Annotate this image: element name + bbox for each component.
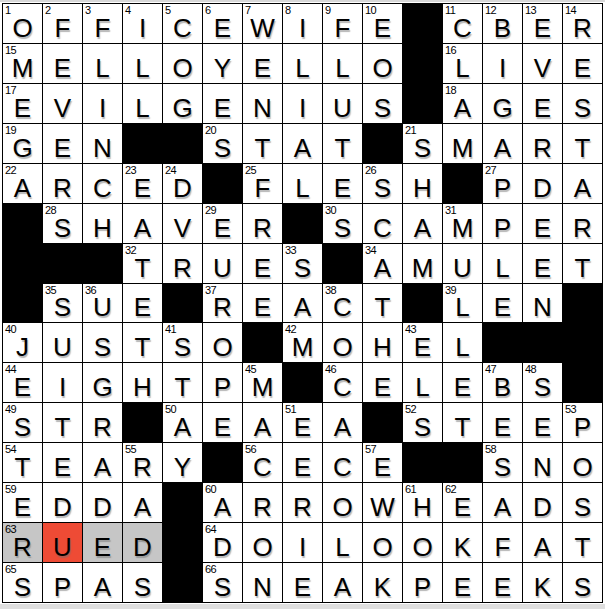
cell-r11c7[interactable]: A [243, 403, 282, 442]
cell-r2c6[interactable]: Y [203, 44, 242, 83]
cell-r3c1[interactable]: 17E [3, 84, 42, 123]
black-cell [3, 284, 42, 323]
black-cell [403, 44, 442, 83]
cell-r8c3[interactable]: 36U [83, 284, 122, 323]
cell-r2c2[interactable]: E [43, 44, 82, 83]
cell-r2c13[interactable]: I [483, 44, 522, 83]
cell-letter: E [483, 414, 522, 441]
cell-letter: M [3, 55, 42, 82]
cell-r14c6[interactable]: 64D [203, 523, 242, 562]
cell-r5c14[interactable]: D [523, 164, 562, 203]
cell-r5c5[interactable]: 24D [163, 164, 202, 203]
cell-r5c15[interactable]: A [563, 164, 602, 203]
cell-r13c14[interactable]: D [523, 483, 562, 522]
black-cell [523, 323, 562, 362]
cell-r4c3[interactable]: N [83, 124, 122, 163]
cell-letter: C [363, 215, 402, 242]
cell-r11c11[interactable]: 52S [403, 403, 442, 442]
cell-r13c6[interactable]: 60A [203, 483, 242, 522]
cell-letter: A [243, 414, 282, 441]
black-cell [443, 443, 482, 482]
cell-letter: E [363, 454, 402, 481]
cell-letter: E [443, 494, 482, 521]
cell-r2c15[interactable]: E [563, 44, 602, 83]
cell-r7c10[interactable]: 34A [363, 244, 402, 283]
cell-r8c10[interactable]: T [363, 284, 402, 323]
cell-letter: M [443, 215, 482, 242]
cell-r7c13[interactable]: L [483, 244, 522, 283]
cell-r1c3[interactable]: 3F [83, 4, 122, 43]
cell-letter: S [203, 135, 242, 162]
cell-r9c2[interactable]: U [43, 323, 82, 362]
cell-letter: V [163, 215, 202, 242]
cell-letter: L [123, 95, 162, 122]
cell-r3c12[interactable]: 18A [443, 84, 482, 123]
cell-letter: I [123, 15, 162, 42]
cell-r13c12[interactable]: 62E [443, 483, 482, 522]
cell-r15c9[interactable]: A [323, 563, 362, 602]
cell-letter: E [203, 15, 242, 42]
cell-r15c2[interactable]: P [43, 563, 82, 602]
black-cell [3, 244, 42, 283]
cell-letter: P [403, 574, 442, 601]
cell-r10c13[interactable]: 47B [483, 363, 522, 402]
cell-letter: O [163, 55, 202, 82]
cell-r7c11[interactable]: M [403, 244, 442, 283]
cell-r6c15[interactable]: R [563, 204, 602, 243]
cell-r7c4[interactable]: 32T [123, 244, 162, 283]
cell-r9c10[interactable]: H [363, 323, 402, 362]
cell-r6c2[interactable]: 28S [43, 204, 82, 243]
cell-r3c13[interactable]: G [483, 84, 522, 123]
cell-r14c15[interactable]: T [563, 523, 602, 562]
cell-r2c4[interactable]: L [123, 44, 162, 83]
cell-r7c6[interactable]: U [203, 244, 242, 283]
cell-r7c12[interactable]: U [443, 244, 482, 283]
cell-r4c8[interactable]: A [283, 124, 322, 163]
cell-letter: S [363, 175, 402, 202]
cell-letter: L [443, 55, 482, 82]
cell-r9c8[interactable]: 42M [283, 323, 322, 362]
cell-r3c6[interactable]: E [203, 84, 242, 123]
cell-r1c10[interactable]: 10E [363, 4, 402, 43]
black-cell [203, 443, 242, 482]
cell-r11c1[interactable]: 49S [3, 403, 42, 442]
cell-r10c9[interactable]: 46C [323, 363, 362, 402]
cell-r1c13[interactable]: 12B [483, 4, 522, 43]
cell-r3c8[interactable]: I [283, 84, 322, 123]
cell-r2c7[interactable]: E [243, 44, 282, 83]
cell-letter: R [243, 215, 282, 242]
cell-r13c10[interactable]: W [363, 483, 402, 522]
cell-r10c6[interactable]: P [203, 363, 242, 402]
cell-r14c14[interactable]: A [523, 523, 562, 562]
cell-r6c6[interactable]: 29E [203, 204, 242, 243]
cell-letter: O [403, 534, 442, 561]
cell-letter: R [243, 494, 282, 521]
cell-r11c9[interactable]: A [323, 403, 362, 442]
cell-r11c5[interactable]: 50A [163, 403, 202, 442]
cell-r11c15[interactable]: 53P [563, 403, 602, 442]
cell-letter: C [323, 294, 362, 321]
cell-letter: A [3, 175, 42, 202]
cell-r1c8[interactable]: 8I [283, 4, 322, 43]
cell-r2c8[interactable]: L [283, 44, 322, 83]
cell-r15c8[interactable]: E [283, 563, 322, 602]
cell-r9c11[interactable]: 43E [403, 323, 442, 362]
cell-r15c10[interactable]: K [363, 563, 402, 602]
cell-r3c5[interactable]: G [163, 84, 202, 123]
cell-r9c5[interactable]: 41S [163, 323, 202, 362]
cell-letter: C [83, 175, 122, 202]
cell-r7c8[interactable]: 33S [283, 244, 322, 283]
cell-r12c4[interactable]: 55R [123, 443, 162, 482]
cell-r9c1[interactable]: 40J [3, 323, 42, 362]
cell-r10c1[interactable]: 44E [3, 363, 42, 402]
cell-r1c12[interactable]: 11C [443, 4, 482, 43]
cell-letter: P [43, 574, 82, 601]
cell-r14c4[interactable]: D [123, 523, 162, 562]
cell-r6c10[interactable]: C [363, 204, 402, 243]
cell-r6c12[interactable]: 31M [443, 204, 482, 243]
cell-r1c4[interactable]: 4I [123, 4, 162, 43]
cell-r2c9[interactable]: L [323, 44, 362, 83]
cell-letter: E [283, 454, 322, 481]
cell-letter: F [323, 15, 362, 42]
cell-letter: D [83, 494, 122, 521]
black-cell [203, 164, 242, 203]
cell-r4c2[interactable]: E [43, 124, 82, 163]
cell-r3c7[interactable]: N [243, 84, 282, 123]
cell-r10c7[interactable]: 45M [243, 363, 282, 402]
cell-r7c15[interactable]: T [563, 244, 602, 283]
bottom-edge-strip [0, 604, 605, 609]
cell-r10c2[interactable]: I [43, 363, 82, 402]
cell-r11c3[interactable]: R [83, 403, 122, 442]
cell-r10c14[interactable]: 48S [523, 363, 562, 402]
cell-r8c2[interactable]: 35S [43, 284, 82, 323]
cell-r2c14[interactable]: V [523, 44, 562, 83]
cell-r11c8[interactable]: 51E [283, 403, 322, 442]
cell-letter: A [323, 414, 362, 441]
cell-letter: E [283, 574, 322, 601]
cell-letter: T [43, 414, 82, 441]
cell-r3c4[interactable]: L [123, 84, 162, 123]
cell-r14c3[interactable]: E [83, 523, 122, 562]
cell-r3c9[interactable]: U [323, 84, 362, 123]
cell-r10c10[interactable]: E [363, 363, 402, 402]
cell-letter: M [443, 135, 482, 162]
cell-letter: A [363, 255, 402, 282]
cell-r3c2[interactable]: V [43, 84, 82, 123]
cell-letter: E [243, 255, 282, 282]
cell-letter: S [523, 374, 562, 401]
cell-letter: E [443, 374, 482, 401]
cell-r12c14[interactable]: N [523, 443, 562, 482]
cell-r3c10[interactable]: S [363, 84, 402, 123]
cell-letter: G [3, 135, 42, 162]
cell-r13c13[interactable]: A [483, 483, 522, 522]
cell-r12c9[interactable]: C [323, 443, 362, 482]
cell-letter: R [283, 494, 322, 521]
cell-letter: E [243, 55, 282, 82]
cell-letter: P [563, 414, 602, 441]
cell-r6c13[interactable]: P [483, 204, 522, 243]
cell-r11c12[interactable]: T [443, 403, 482, 442]
cell-letter: E [323, 175, 362, 202]
cell-r1c6[interactable]: 6E [203, 4, 242, 43]
cell-r10c3[interactable]: G [83, 363, 122, 402]
cell-r13c4[interactable]: A [123, 483, 162, 522]
cell-r1c7[interactable]: 7W [243, 4, 282, 43]
cell-r12c3[interactable]: A [83, 443, 122, 482]
cell-r5c13[interactable]: 27P [483, 164, 522, 203]
cell-r5c8[interactable]: L [283, 164, 322, 203]
cell-r4c14[interactable]: R [523, 124, 562, 163]
cell-r13c7[interactable]: R [243, 483, 282, 522]
cell-r2c12[interactable]: 16L [443, 44, 482, 83]
cell-r12c7[interactable]: 56C [243, 443, 282, 482]
cell-r8c14[interactable]: N [523, 284, 562, 323]
cell-r2c10[interactable]: O [363, 44, 402, 83]
cell-letter: A [83, 574, 122, 601]
cell-r8c9[interactable]: 38C [323, 284, 362, 323]
black-cell [443, 164, 482, 203]
cell-letter: A [483, 135, 522, 162]
cell-r12c10[interactable]: 57E [363, 443, 402, 482]
cell-r6c3[interactable]: H [83, 204, 122, 243]
cell-r14c7[interactable]: O [243, 523, 282, 562]
cell-r8c12[interactable]: 39L [443, 284, 482, 323]
cell-r4c15[interactable]: T [563, 124, 602, 163]
cell-r15c15[interactable]: S [563, 563, 602, 602]
cell-letter: E [523, 15, 562, 42]
cell-r8c4[interactable]: E [123, 284, 162, 323]
cell-letter: G [483, 95, 522, 122]
cell-r14c12[interactable]: K [443, 523, 482, 562]
cell-letter: H [363, 334, 402, 361]
cell-r13c11[interactable]: 61H [403, 483, 442, 522]
cell-r3c15[interactable]: S [563, 84, 602, 123]
cell-r12c2[interactable]: E [43, 443, 82, 482]
cell-r15c14[interactable]: K [523, 563, 562, 602]
cell-r7c7[interactable]: E [243, 244, 282, 283]
cell-r15c12[interactable]: E [443, 563, 482, 602]
cell-r9c6[interactable]: O [203, 323, 242, 362]
cell-r6c14[interactable]: E [523, 204, 562, 243]
cell-r6c5[interactable]: V [163, 204, 202, 243]
cell-r9c9[interactable]: O [323, 323, 362, 362]
cell-r1c2[interactable]: 2F [43, 4, 82, 43]
cell-letter: O [203, 334, 242, 361]
cell-letter: A [443, 95, 482, 122]
cell-letter: M [243, 374, 282, 401]
cell-r5c2[interactable]: R [43, 164, 82, 203]
cell-r2c1[interactable]: 15M [3, 44, 42, 83]
top-edge-strip [0, 0, 605, 2]
cell-r5c11[interactable]: H [403, 164, 442, 203]
cell-letter: E [43, 454, 82, 481]
cell-letter: S [83, 334, 122, 361]
cell-r15c3[interactable]: A [83, 563, 122, 602]
cell-r4c12[interactable]: M [443, 124, 482, 163]
cell-letter: R [563, 15, 602, 42]
cell-r1c1[interactable]: 1O [3, 4, 42, 43]
cell-r11c6[interactable]: E [203, 403, 242, 442]
cell-r4c7[interactable]: T [243, 124, 282, 163]
crossword-grid: 1O2F3F4I5C6E7W8I9F10E11C12B13E14R15MELLO… [2, 3, 603, 603]
cell-letter: I [283, 534, 322, 561]
cell-r11c2[interactable]: T [43, 403, 82, 442]
cell-r13c2[interactable]: D [43, 483, 82, 522]
cell-r11c13[interactable]: E [483, 403, 522, 442]
cell-r10c11[interactable]: L [403, 363, 442, 402]
cell-letter: I [483, 55, 522, 82]
cell-letter: A [83, 454, 122, 481]
cell-r8c7[interactable]: E [243, 284, 282, 323]
cell-r12c13[interactable]: 58S [483, 443, 522, 482]
cell-letter: F [243, 175, 282, 202]
black-cell [163, 523, 202, 562]
cell-letter: A [203, 494, 242, 521]
cell-letter: L [283, 175, 322, 202]
cell-r4c6[interactable]: 20S [203, 124, 242, 163]
cell-letter: D [123, 534, 162, 561]
cell-r5c7[interactable]: 25F [243, 164, 282, 203]
cell-r3c3[interactable]: I [83, 84, 122, 123]
cell-letter: V [43, 95, 82, 122]
cell-r12c15[interactable]: O [563, 443, 602, 482]
cell-r6c7[interactable]: R [243, 204, 282, 243]
cell-r15c11[interactable]: P [403, 563, 442, 602]
cell-letter: Y [203, 55, 242, 82]
cell-r13c9[interactable]: O [323, 483, 362, 522]
cell-r6c11[interactable]: A [403, 204, 442, 243]
cell-letter: S [563, 574, 602, 601]
cell-r4c13[interactable]: A [483, 124, 522, 163]
cell-r7c5[interactable]: R [163, 244, 202, 283]
cell-r14c9[interactable]: L [323, 523, 362, 562]
cell-r7c14[interactable]: E [523, 244, 562, 283]
cell-r13c1[interactable]: 59E [3, 483, 42, 522]
cell-r8c6[interactable]: 37R [203, 284, 242, 323]
cell-letter: C [323, 374, 362, 401]
cell-r2c5[interactable]: O [163, 44, 202, 83]
cell-letter: N [243, 574, 282, 601]
cell-letter: E [523, 95, 562, 122]
cell-r15c1[interactable]: 65S [3, 563, 42, 602]
cell-letter: O [363, 534, 402, 561]
black-cell [403, 4, 442, 43]
cell-letter: E [3, 95, 42, 122]
cell-r10c4[interactable]: H [123, 363, 162, 402]
cell-letter: T [363, 294, 402, 321]
cell-r14c10[interactable]: O [363, 523, 402, 562]
cell-r15c4[interactable]: S [123, 563, 162, 602]
cell-r12c1[interactable]: 54T [3, 443, 42, 482]
cell-letter: E [3, 494, 42, 521]
cell-r14c8[interactable]: I [283, 523, 322, 562]
cell-r13c15[interactable]: S [563, 483, 602, 522]
cell-letter: R [83, 414, 122, 441]
cell-r9c4[interactable]: T [123, 323, 162, 362]
cell-letter: N [523, 294, 562, 321]
cell-r1c14[interactable]: 13E [523, 4, 562, 43]
cell-r15c13[interactable]: E [483, 563, 522, 602]
cell-letter: S [483, 454, 522, 481]
cell-r4c1[interactable]: 19G [3, 124, 42, 163]
cell-r4c9[interactable]: T [323, 124, 362, 163]
cell-r5c3[interactable]: C [83, 164, 122, 203]
cell-r14c13[interactable]: F [483, 523, 522, 562]
cell-r13c8[interactable]: R [283, 483, 322, 522]
cell-letter: J [3, 334, 42, 361]
cell-r5c4[interactable]: 23E [123, 164, 162, 203]
black-cell [163, 483, 202, 522]
cell-r9c3[interactable]: S [83, 323, 122, 362]
cell-r6c9[interactable]: 30S [323, 204, 362, 243]
cell-letter: S [283, 255, 322, 282]
cell-r15c6[interactable]: 66S [203, 563, 242, 602]
cell-r12c8[interactable]: E [283, 443, 322, 482]
cell-r5c10[interactable]: 26S [363, 164, 402, 203]
cell-r14c11[interactable]: O [403, 523, 442, 562]
cell-r10c12[interactable]: E [443, 363, 482, 402]
cell-r13c3[interactable]: D [83, 483, 122, 522]
cell-letter: S [3, 414, 42, 441]
cell-r5c9[interactable]: E [323, 164, 362, 203]
cell-r1c9[interactable]: 9F [323, 4, 362, 43]
black-cell [83, 244, 122, 283]
cell-letter: T [243, 135, 282, 162]
black-cell [163, 563, 202, 602]
cell-letter: S [163, 334, 202, 361]
cell-r4c11[interactable]: 21S [403, 124, 442, 163]
cell-letter: A [323, 574, 362, 601]
cell-r1c15[interactable]: 14R [563, 4, 602, 43]
cell-letter: R [563, 215, 602, 242]
cell-r15c7[interactable]: N [243, 563, 282, 602]
cell-letter: N [83, 135, 122, 162]
cell-letter: Y [163, 454, 202, 481]
cell-letter: W [243, 15, 282, 42]
cell-letter: A [283, 294, 322, 321]
cell-letter: T [123, 334, 162, 361]
cell-r12c5[interactable]: Y [163, 443, 202, 482]
cell-r8c13[interactable]: E [483, 284, 522, 323]
cell-r5c1[interactable]: 22A [3, 164, 42, 203]
cell-r9c12[interactable]: L [443, 323, 482, 362]
cell-r2c3[interactable]: L [83, 44, 122, 83]
cell-r6c4[interactable]: A [123, 204, 162, 243]
cell-r10c5[interactable]: T [163, 363, 202, 402]
cell-letter: S [123, 574, 162, 601]
cell-letter: L [443, 334, 482, 361]
cell-r1c5[interactable]: 5C [163, 4, 202, 43]
cell-letter: D [163, 175, 202, 202]
cell-r11c14[interactable]: E [523, 403, 562, 442]
cell-r8c8[interactable]: A [283, 284, 322, 323]
cell-letter: E [523, 255, 562, 282]
cell-r14c2[interactable]: U [43, 523, 82, 562]
cell-r14c1[interactable]: 63R [3, 523, 42, 562]
cell-letter: S [363, 95, 402, 122]
cell-letter: A [163, 414, 202, 441]
cell-r3c14[interactable]: E [523, 84, 562, 123]
black-cell [363, 403, 402, 442]
cell-letter: R [203, 294, 242, 321]
cell-letter: M [283, 334, 322, 361]
